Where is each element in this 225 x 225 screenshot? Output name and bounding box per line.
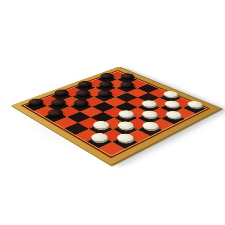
white-piece: ⛀ xyxy=(185,100,204,109)
black-checker-glyph: ⛂ xyxy=(120,73,136,79)
black-checker-glyph: ⛂ xyxy=(75,89,91,96)
black-piece: ⛂ xyxy=(71,98,90,107)
square-7-1: ⛀ xyxy=(112,136,138,149)
white-checker-glyph: ⛀ xyxy=(141,121,160,130)
black-checker-glyph: ⛂ xyxy=(99,72,114,78)
black-piece: ⛂ xyxy=(52,89,70,97)
white-checker-glyph: ⛀ xyxy=(162,90,179,97)
black-piece: ⛂ xyxy=(74,89,92,97)
black-checker-glyph: ⛂ xyxy=(72,99,89,107)
black-checker-glyph: ⛂ xyxy=(77,80,93,87)
white-piece: ⛀ xyxy=(161,90,180,98)
black-piece: ⛂ xyxy=(119,72,136,79)
white-piece: ⛀ xyxy=(115,120,136,130)
black-checker-glyph: ⛂ xyxy=(50,98,67,106)
square-7-5: ⛀ xyxy=(161,113,185,124)
black-checker-glyph: ⛂ xyxy=(53,89,69,96)
black-checker-glyph: ⛂ xyxy=(98,81,114,88)
square-6-0: ⛀ xyxy=(87,135,113,148)
black-piece: ⛂ xyxy=(118,81,136,88)
white-piece: ⛀ xyxy=(140,121,161,131)
black-checker-glyph: ⛂ xyxy=(28,98,45,106)
white-piece: ⛀ xyxy=(140,99,159,108)
product-photo: ⛂⛂⛂⛂⛂⛂⛂⛂⛂⛂⛂⛂⛀⛀⛀⛀⛀⛀⛀⛀⛀⛀⛀⛀ xyxy=(0,0,225,225)
black-checker-glyph: ⛂ xyxy=(47,108,65,116)
white-checker-glyph: ⛀ xyxy=(186,100,204,108)
